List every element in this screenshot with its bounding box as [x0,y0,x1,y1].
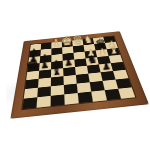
white-queen: ♛ [72,34,84,47]
board-square [37,96,51,108]
board-square [39,70,52,79]
board-square: ♚ [62,40,73,47]
board-square: ♛ [72,39,83,46]
black-pawn: ♟ [64,58,73,68]
black-knight: ♞ [87,54,98,66]
white-bishop: ♝ [51,38,61,49]
board-square [64,93,79,105]
board-square: ♟ [63,60,75,69]
board-square [51,94,65,106]
board-square [118,87,135,98]
board-tilt-wrapper: ♝♚♛♞♟♛♟♟♟♟♟♝♚♟♟♟♞♝♟ [12,4,137,129]
black-king: ♚ [26,57,40,72]
walnut-board-frame: ♝♚♛♞♟♛♟♟♟♟♟♝♚♟♟♟♞♝♟ [10,31,149,119]
black-pawn: ♟ [40,61,49,71]
board-square [78,92,93,104]
board-square [109,55,123,63]
black-bishop: ♝ [51,65,62,77]
black-pawn: ♟ [102,62,111,72]
board-square [22,97,37,109]
photo-background: ♝♚♛♞♟♛♟♟♟♟♟♝♚♟♟♟♞♝♟ [0,0,150,150]
board-square: ♝ [51,68,63,77]
board-square: ♚ [27,63,39,72]
white-knight: ♞ [83,34,93,45]
white-bishop: ♝ [109,44,120,56]
chess-board: ♝♚♛♞♟♛♟♟♟♟♟♝♚♟♟♟♞♝♟ [10,31,149,119]
board-grid: ♝♚♛♞♟♛♟♟♟♟♟♝♚♟♟♟♞♝♟ [22,36,135,109]
board-square: ♞ [83,38,95,45]
board-square: ♞ [86,57,99,66]
board-square: ♝ [107,48,120,56]
white-pawn: ♟ [98,48,107,57]
